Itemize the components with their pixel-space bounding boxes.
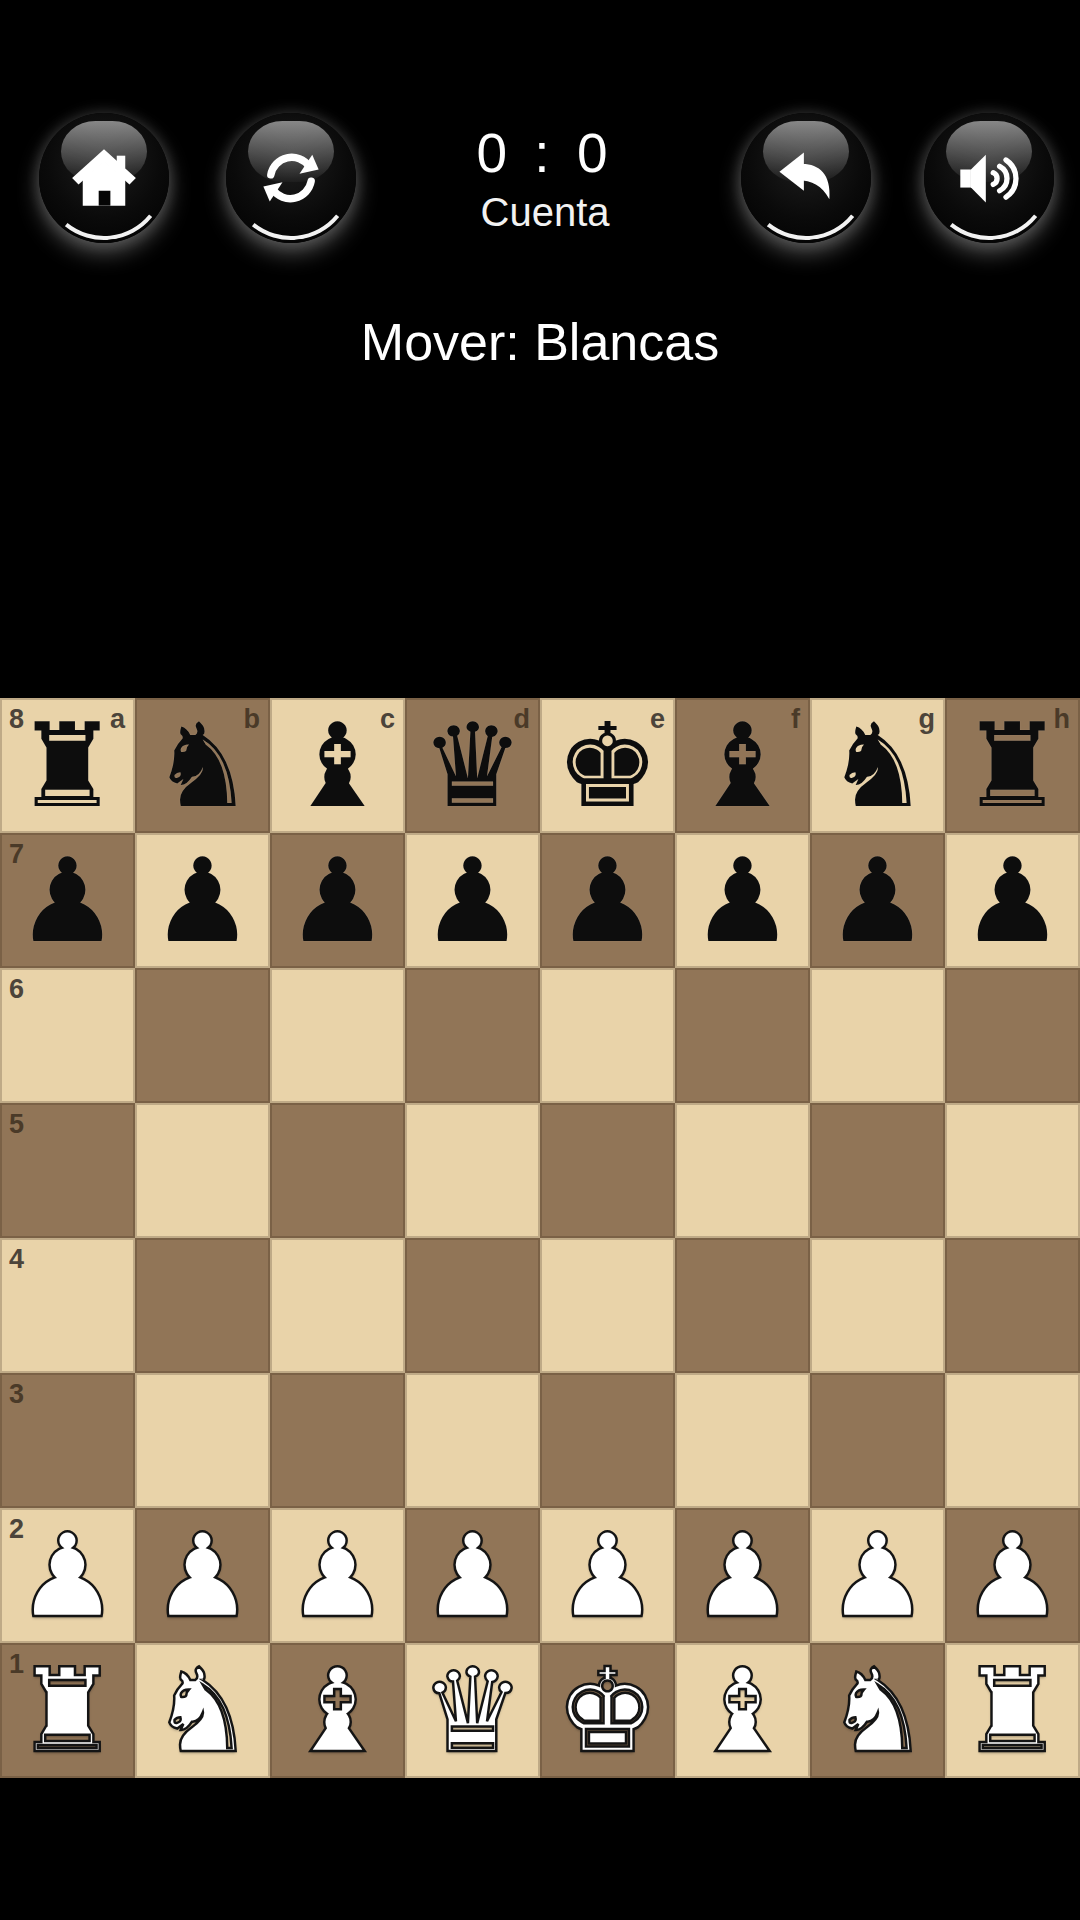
square-e6[interactable] <box>540 968 675 1103</box>
square-d6[interactable] <box>405 968 540 1103</box>
piece-white-bishop[interactable]: ♝ <box>691 1643 795 1778</box>
square-f5[interactable] <box>675 1103 810 1238</box>
piece-black-king[interactable]: ♚ <box>556 698 660 833</box>
piece-white-rook[interactable]: ♜ <box>961 1643 1065 1778</box>
square-b7[interactable]: ♟ <box>135 833 270 968</box>
square-b1[interactable]: ♞ <box>135 1643 270 1778</box>
square-g7[interactable]: ♟ <box>810 833 945 968</box>
piece-black-bishop[interactable]: ♝ <box>286 698 390 833</box>
square-h7[interactable]: ♟ <box>945 833 1080 968</box>
square-d7[interactable]: ♟ <box>405 833 540 968</box>
square-e3[interactable] <box>540 1373 675 1508</box>
square-e2[interactable]: ♟ <box>540 1508 675 1643</box>
square-a3[interactable]: 3 <box>0 1373 135 1508</box>
file-label-d: d <box>514 706 531 733</box>
piece-white-pawn[interactable]: ♟ <box>961 1508 1065 1643</box>
score-value: 0 : 0 <box>395 120 695 186</box>
file-label-a: a <box>110 706 125 733</box>
square-c2[interactable]: ♟ <box>270 1508 405 1643</box>
piece-white-king[interactable]: ♚ <box>556 1643 660 1778</box>
file-label-e: e <box>650 706 665 733</box>
piece-black-knight[interactable]: ♞ <box>151 698 255 833</box>
piece-white-queen[interactable]: ♛ <box>421 1643 525 1778</box>
piece-white-pawn[interactable]: ♟ <box>826 1508 930 1643</box>
piece-white-bishop[interactable]: ♝ <box>286 1643 390 1778</box>
square-a7[interactable]: 7♟ <box>0 833 135 968</box>
piece-black-rook[interactable]: ♜ <box>961 698 1065 833</box>
square-f7[interactable]: ♟ <box>675 833 810 968</box>
piece-white-knight[interactable]: ♞ <box>151 1643 255 1778</box>
square-c7[interactable]: ♟ <box>270 833 405 968</box>
square-c3[interactable] <box>270 1373 405 1508</box>
piece-black-queen[interactable]: ♛ <box>421 698 525 833</box>
square-g2[interactable]: ♟ <box>810 1508 945 1643</box>
square-f2[interactable]: ♟ <box>675 1508 810 1643</box>
square-b8[interactable]: b♞ <box>135 698 270 833</box>
undo-arrow-icon <box>772 144 840 212</box>
piece-white-pawn[interactable]: ♟ <box>151 1508 255 1643</box>
square-a2[interactable]: 2♟ <box>0 1508 135 1643</box>
file-label-g: g <box>919 706 936 733</box>
square-e8[interactable]: e♚ <box>540 698 675 833</box>
score-label: Cuenta <box>395 186 695 238</box>
score-box: 0 : 0 Cuenta <box>395 120 695 238</box>
square-f1[interactable]: ♝ <box>675 1643 810 1778</box>
undo-button[interactable] <box>741 113 871 243</box>
piece-black-pawn[interactable]: ♟ <box>286 833 390 968</box>
square-d1[interactable]: ♛ <box>405 1643 540 1778</box>
home-icon <box>70 144 138 212</box>
refresh-arrows-icon <box>257 144 325 212</box>
file-label-b: b <box>244 706 261 733</box>
piece-black-knight[interactable]: ♞ <box>826 698 930 833</box>
piece-black-pawn[interactable]: ♟ <box>961 833 1065 968</box>
square-b5[interactable] <box>135 1103 270 1238</box>
rank-label-5: 5 <box>9 1111 24 1138</box>
square-h6[interactable] <box>945 968 1080 1103</box>
piece-black-pawn[interactable]: ♟ <box>151 833 255 968</box>
home-button[interactable] <box>39 113 169 243</box>
rank-label-4: 4 <box>9 1246 24 1273</box>
square-c1[interactable]: ♝ <box>270 1643 405 1778</box>
chess-app-screen: 0 : 0 Cuenta Mover: Blancas 8a♜b♞c♝d♛e♚f… <box>0 0 1080 1920</box>
square-g1[interactable]: ♞ <box>810 1643 945 1778</box>
square-c5[interactable] <box>270 1103 405 1238</box>
file-label-h: h <box>1054 706 1071 733</box>
piece-black-bishop[interactable]: ♝ <box>691 698 795 833</box>
square-a8[interactable]: 8a♜ <box>0 698 135 833</box>
square-e4[interactable] <box>540 1238 675 1373</box>
chess-board: 8a♜b♞c♝d♛e♚f♝g♞h♜7♟♟♟♟♟♟♟♟65432♟♟♟♟♟♟♟♟1… <box>0 698 1080 1778</box>
square-h8[interactable]: h♜ <box>945 698 1080 833</box>
square-d4[interactable] <box>405 1238 540 1373</box>
square-f3[interactable] <box>675 1373 810 1508</box>
piece-white-pawn[interactable]: ♟ <box>556 1508 660 1643</box>
flip-restart-button[interactable] <box>226 113 356 243</box>
square-b2[interactable]: ♟ <box>135 1508 270 1643</box>
piece-white-rook[interactable]: ♜ <box>16 1643 120 1778</box>
square-d3[interactable] <box>405 1373 540 1508</box>
square-h4[interactable] <box>945 1238 1080 1373</box>
square-d5[interactable] <box>405 1103 540 1238</box>
piece-black-pawn[interactable]: ♟ <box>421 833 525 968</box>
square-e5[interactable] <box>540 1103 675 1238</box>
piece-black-pawn[interactable]: ♟ <box>16 833 120 968</box>
piece-white-pawn[interactable]: ♟ <box>16 1508 120 1643</box>
square-f4[interactable] <box>675 1238 810 1373</box>
square-h3[interactable] <box>945 1373 1080 1508</box>
square-b6[interactable] <box>135 968 270 1103</box>
square-c8[interactable]: c♝ <box>270 698 405 833</box>
square-b4[interactable] <box>135 1238 270 1373</box>
rank-label-7: 7 <box>9 841 24 868</box>
square-a6[interactable]: 6 <box>0 968 135 1103</box>
square-b3[interactable] <box>135 1373 270 1508</box>
square-h5[interactable] <box>945 1103 1080 1238</box>
rank-label-3: 3 <box>9 1381 24 1408</box>
square-c4[interactable] <box>270 1238 405 1373</box>
piece-white-knight[interactable]: ♞ <box>826 1643 930 1778</box>
square-g5[interactable] <box>810 1103 945 1238</box>
piece-white-pawn[interactable]: ♟ <box>691 1508 795 1643</box>
speaker-on-icon <box>955 144 1023 212</box>
piece-black-pawn[interactable]: ♟ <box>826 833 930 968</box>
square-f8[interactable]: f♝ <box>675 698 810 833</box>
rank-label-1: 1 <box>9 1651 24 1678</box>
rank-label-8: 8 <box>9 706 24 733</box>
piece-black-pawn[interactable]: ♟ <box>556 833 660 968</box>
turn-indicator: Mover: Blancas <box>0 312 1080 372</box>
square-f6[interactable] <box>675 968 810 1103</box>
square-g8[interactable]: g♞ <box>810 698 945 833</box>
square-e1[interactable]: ♚ <box>540 1643 675 1778</box>
square-a1[interactable]: 1♜ <box>0 1643 135 1778</box>
square-a4[interactable]: 4 <box>0 1238 135 1373</box>
square-d8[interactable]: d♛ <box>405 698 540 833</box>
piece-black-pawn[interactable]: ♟ <box>691 833 795 968</box>
rank-label-6: 6 <box>9 976 24 1003</box>
file-label-c: c <box>380 706 395 733</box>
square-d2[interactable]: ♟ <box>405 1508 540 1643</box>
sound-button[interactable] <box>924 113 1054 243</box>
square-g3[interactable] <box>810 1373 945 1508</box>
rank-label-2: 2 <box>9 1516 24 1543</box>
file-label-f: f <box>791 706 800 733</box>
piece-white-pawn[interactable]: ♟ <box>286 1508 390 1643</box>
square-g4[interactable] <box>810 1238 945 1373</box>
square-a5[interactable]: 5 <box>0 1103 135 1238</box>
square-e7[interactable]: ♟ <box>540 833 675 968</box>
square-h1[interactable]: ♜ <box>945 1643 1080 1778</box>
square-g6[interactable] <box>810 968 945 1103</box>
square-h2[interactable]: ♟ <box>945 1508 1080 1643</box>
piece-white-pawn[interactable]: ♟ <box>421 1508 525 1643</box>
square-c6[interactable] <box>270 968 405 1103</box>
piece-black-rook[interactable]: ♜ <box>16 698 120 833</box>
